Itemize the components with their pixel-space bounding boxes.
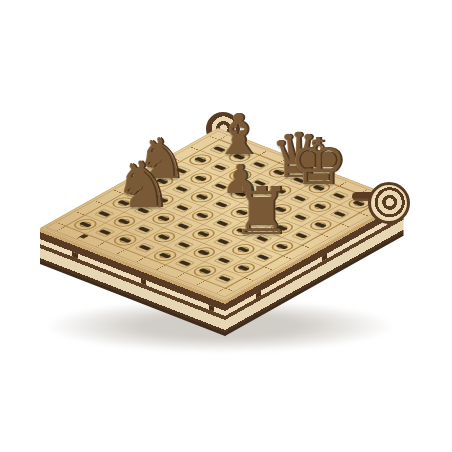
scroll-ornament-right-icon: [352, 180, 408, 228]
rook-glyph-icon: ♜: [232, 182, 291, 243]
knight-glyph-icon: ♞: [114, 156, 171, 215]
chess-piece-knight[interactable]: ♞: [114, 156, 171, 215]
bishop-glyph-icon: ♝: [214, 109, 264, 161]
product-photo-stage: ♞♞♝♟♛♚♜: [0, 0, 452, 452]
king-glyph-icon: ♚: [290, 133, 347, 192]
chess-piece-bishop[interactable]: ♝: [214, 109, 264, 161]
scroll-disc-icon: [368, 182, 410, 224]
chess-piece-rook[interactable]: ♜: [232, 182, 291, 243]
chess-piece-king[interactable]: ♚: [290, 133, 347, 192]
